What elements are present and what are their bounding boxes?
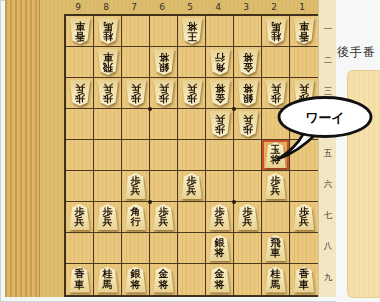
speech-bubble-text: ワーイ: [305, 110, 345, 125]
shogi-piece-歩兵-8三[interactable]: 歩兵: [97, 80, 119, 106]
file-label-7: 7: [120, 1, 148, 13]
square-7二[interactable]: [122, 47, 150, 78]
shogi-piece-角行-7七[interactable]: 角行: [125, 204, 147, 230]
shogi-piece-歩兵-9三[interactable]: 歩兵: [69, 80, 91, 106]
square-4六[interactable]: [206, 171, 234, 202]
shogi-piece-桂馬-8九[interactable]: 桂馬: [97, 267, 119, 293]
square-6七[interactable]: 歩兵: [150, 202, 178, 233]
square-3六[interactable]: [234, 171, 262, 202]
square-6九[interactable]: 金将: [150, 264, 178, 295]
shogi-piece-歩兵-7六[interactable]: 歩兵: [125, 173, 147, 199]
square-7四[interactable]: [122, 109, 150, 140]
square-4九[interactable]: 金将: [206, 264, 234, 295]
square-4五[interactable]: [206, 140, 234, 171]
square-5七[interactable]: [178, 202, 206, 233]
square-1七[interactable]: 歩兵: [290, 202, 318, 233]
file-label-6: 6: [148, 1, 176, 13]
square-9二[interactable]: [66, 47, 94, 78]
shogi-piece-銀将-3三[interactable]: 銀将: [237, 80, 259, 106]
square-1六[interactable]: [290, 171, 318, 202]
square-1二[interactable]: [290, 47, 318, 78]
square-3七[interactable]: 歩兵: [234, 202, 262, 233]
square-5九[interactable]: [178, 264, 206, 295]
star-point: [232, 200, 236, 204]
shogi-piece-飛車-8二[interactable]: 飛車: [97, 49, 119, 75]
square-8五[interactable]: [94, 140, 122, 171]
rank-label-八: 八: [319, 241, 337, 253]
square-5二[interactable]: [178, 47, 206, 78]
shogi-piece-飛車-2八[interactable]: 飛車: [265, 235, 287, 261]
square-8九[interactable]: 桂馬: [94, 264, 122, 295]
square-6二[interactable]: 銀将: [150, 47, 178, 78]
square-5一[interactable]: 王将: [178, 16, 206, 47]
square-9一[interactable]: 香車: [66, 16, 94, 47]
file-label-1: 1: [288, 1, 316, 13]
shogi-piece-金将-4九[interactable]: 金将: [209, 267, 231, 293]
square-8七[interactable]: 歩兵: [94, 202, 122, 233]
square-3二[interactable]: 金将: [234, 47, 262, 78]
square-7一[interactable]: [122, 16, 150, 47]
square-6三[interactable]: 歩兵: [150, 78, 178, 109]
shogi-piece-桂馬-2一[interactable]: 桂馬: [265, 18, 287, 44]
shogi-piece-歩兵-4七[interactable]: 歩兵: [209, 204, 231, 230]
speech-bubble: ワーイ: [270, 95, 374, 165]
square-8四[interactable]: [94, 109, 122, 140]
file-label-3: 3: [232, 1, 260, 13]
shogi-piece-銀将-7九[interactable]: 銀将: [125, 267, 147, 293]
square-9三[interactable]: 歩兵: [66, 78, 94, 109]
shogi-piece-歩兵-3四[interactable]: 歩兵: [237, 111, 259, 137]
shogi-piece-歩兵-7三[interactable]: 歩兵: [125, 80, 147, 106]
square-9四[interactable]: [66, 109, 94, 140]
file-label-4: 4: [204, 1, 232, 13]
square-4一[interactable]: [206, 16, 234, 47]
square-7六[interactable]: 歩兵: [122, 171, 150, 202]
square-4八[interactable]: 銀将: [206, 233, 234, 264]
star-point: [148, 200, 152, 204]
square-4四[interactable]: 歩兵: [206, 109, 234, 140]
square-3九[interactable]: [234, 264, 262, 295]
square-6六[interactable]: [150, 171, 178, 202]
square-7九[interactable]: 銀将: [122, 264, 150, 295]
square-5四[interactable]: [178, 109, 206, 140]
square-9五[interactable]: [66, 140, 94, 171]
square-2八[interactable]: 飛車: [262, 233, 290, 264]
square-3八[interactable]: [234, 233, 262, 264]
shogi-piece-金将-4三[interactable]: 金将: [209, 80, 231, 106]
square-6四[interactable]: [150, 109, 178, 140]
square-8二[interactable]: 飛車: [94, 47, 122, 78]
shogi-piece-歩兵-9七[interactable]: 歩兵: [69, 204, 91, 230]
square-4七[interactable]: 歩兵: [206, 202, 234, 233]
star-point: [148, 107, 152, 111]
square-4二[interactable]: 角行: [206, 47, 234, 78]
shogi-piece-歩兵-8七[interactable]: 歩兵: [97, 204, 119, 230]
square-6八[interactable]: [150, 233, 178, 264]
square-2九[interactable]: 桂馬: [262, 264, 290, 295]
file-label-9: 9: [64, 1, 92, 13]
square-5五[interactable]: [178, 140, 206, 171]
shogi-piece-桂馬-8一[interactable]: 桂馬: [97, 18, 119, 44]
shogi-piece-銀将-4八[interactable]: 銀将: [209, 235, 231, 261]
square-9九[interactable]: 香車: [66, 264, 94, 295]
file-labels: 987654321: [64, 1, 316, 13]
square-3四[interactable]: 歩兵: [234, 109, 262, 140]
turn-indicator: 後手番: [337, 44, 379, 61]
file-label-8: 8: [92, 1, 120, 13]
shogi-piece-歩兵-1七[interactable]: 歩兵: [293, 204, 315, 230]
square-4三[interactable]: 金将: [206, 78, 234, 109]
shogi-piece-金将-6九[interactable]: 金将: [153, 267, 175, 293]
square-2六[interactable]: 歩兵: [262, 171, 290, 202]
star-point: [232, 107, 236, 111]
rank-label-九: 九: [319, 272, 337, 284]
square-9七[interactable]: 歩兵: [66, 202, 94, 233]
square-7三[interactable]: 歩兵: [122, 78, 150, 109]
square-2七[interactable]: [262, 202, 290, 233]
shogi-piece-王将-5一[interactable]: 王将: [181, 18, 203, 44]
file-label-5: 5: [176, 1, 204, 13]
square-7七[interactable]: 角行: [122, 202, 150, 233]
shogi-piece-歩兵-5三[interactable]: 歩兵: [181, 80, 203, 106]
rank-label-一: 一: [319, 24, 337, 36]
square-3五[interactable]: [234, 140, 262, 171]
rank-label-七: 七: [319, 210, 337, 222]
square-6五[interactable]: [150, 140, 178, 171]
rank-label-二: 二: [319, 55, 337, 67]
shogi-piece-歩兵-2六[interactable]: 歩兵: [265, 173, 287, 199]
shogi-piece-歩兵-6七[interactable]: 歩兵: [153, 204, 175, 230]
file-label-2: 2: [260, 1, 288, 13]
shogi-piece-桂馬-2九[interactable]: 桂馬: [265, 267, 287, 293]
square-2一[interactable]: 桂馬: [262, 16, 290, 47]
square-3一[interactable]: [234, 16, 262, 47]
square-9六[interactable]: [66, 171, 94, 202]
square-7八[interactable]: [122, 233, 150, 264]
shogi-piece-金将-3二[interactable]: 金将: [237, 49, 259, 75]
square-8三[interactable]: 歩兵: [94, 78, 122, 109]
shogi-app-screenshot: 987654321 香車桂馬王将桂馬香車飛車銀将角行金将歩兵歩兵歩兵歩兵歩兵金将…: [0, 0, 380, 302]
square-9八[interactable]: [66, 233, 94, 264]
shogi-piece-香車-1九[interactable]: 香車: [293, 267, 315, 293]
square-2二[interactable]: [262, 47, 290, 78]
square-5三[interactable]: 歩兵: [178, 78, 206, 109]
square-1九[interactable]: 香車: [290, 264, 318, 295]
square-6一[interactable]: [150, 16, 178, 47]
rank-label-六: 六: [319, 179, 337, 191]
shogi-piece-角行-4二[interactable]: 角行: [209, 49, 231, 75]
square-1一[interactable]: 香車: [290, 16, 318, 47]
shogi-piece-香車-9九[interactable]: 香車: [69, 267, 91, 293]
square-8六[interactable]: [94, 171, 122, 202]
shogi-piece-歩兵-5六[interactable]: 歩兵: [181, 173, 203, 199]
shogi-piece-歩兵-3七[interactable]: 歩兵: [237, 204, 259, 230]
square-5六[interactable]: 歩兵: [178, 171, 206, 202]
square-8八[interactable]: [94, 233, 122, 264]
sente-piece-stand: [5, 0, 40, 297]
shogi-piece-歩兵-6三[interactable]: 歩兵: [153, 80, 175, 106]
square-1八[interactable]: [290, 233, 318, 264]
square-7五[interactable]: [122, 140, 150, 171]
shogi-piece-香車-9一[interactable]: 香車: [69, 18, 91, 44]
square-5八[interactable]: [178, 233, 206, 264]
shogi-piece-歩兵-4四[interactable]: 歩兵: [209, 111, 231, 137]
square-8一[interactable]: 桂馬: [94, 16, 122, 47]
shogi-piece-銀将-6二[interactable]: 銀将: [153, 49, 175, 75]
square-3三[interactable]: 銀将: [234, 78, 262, 109]
shogi-piece-香車-1一[interactable]: 香車: [293, 18, 315, 44]
